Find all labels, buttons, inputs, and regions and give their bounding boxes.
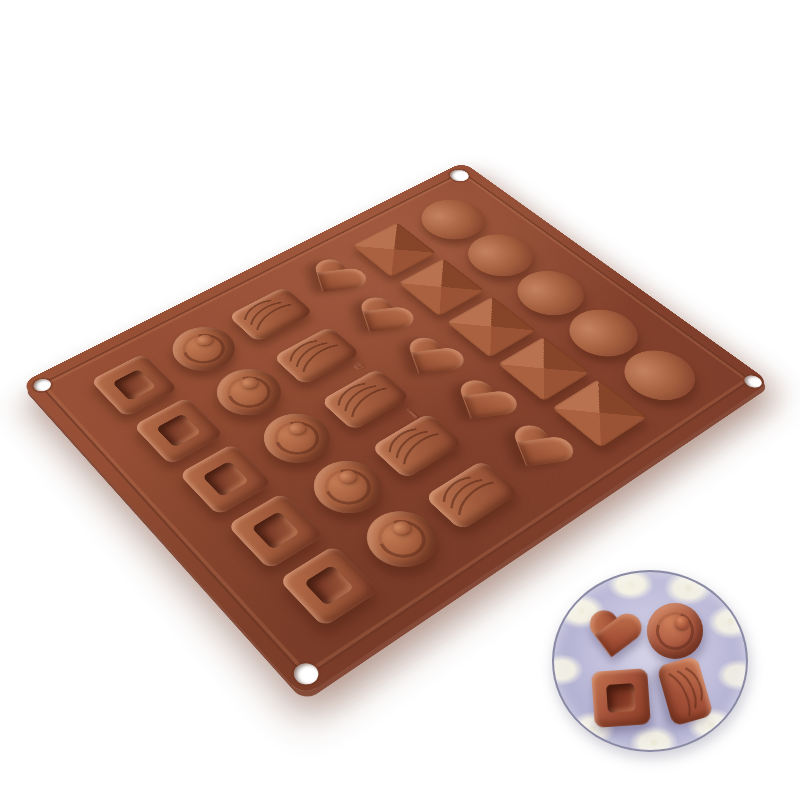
corner-hole-top bbox=[446, 168, 472, 184]
product-photo: ©℮◎②7j bbox=[0, 0, 800, 800]
finished-chocolate-swirl bbox=[647, 603, 703, 659]
corner-hole-right bbox=[741, 373, 765, 390]
finished-chocolate-heart bbox=[583, 609, 644, 666]
mold-grid bbox=[77, 188, 717, 640]
corner-hole-bottom bbox=[289, 659, 323, 688]
finished-chocolate-open-square bbox=[591, 668, 651, 728]
corner-hole-left bbox=[30, 377, 54, 394]
result-photo-inset bbox=[552, 570, 748, 752]
finished-chocolate-wave-bar bbox=[656, 656, 713, 727]
